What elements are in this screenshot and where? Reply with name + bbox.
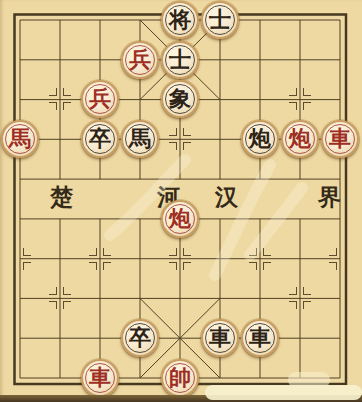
piece-glyph: 兵 [89,87,111,109]
piece-glyph: 炮 [289,127,311,149]
black-soldier[interactable]: 卒 [81,120,119,158]
black-advisor[interactable]: 士 [201,1,239,39]
xiangqi-board: 楚 河 汉 界 将士兵士兵象馬卒馬炮炮車炮卒車車車帥 [0,0,362,402]
piece-glyph: 象 [169,87,191,109]
red-soldier[interactable]: 兵 [81,80,119,118]
piece-glyph: 将 [169,8,191,30]
black-chariot[interactable]: 車 [201,319,239,357]
red-soldier[interactable]: 兵 [121,41,159,79]
black-horse[interactable]: 馬 [121,120,159,158]
watermark-blur-patch [205,385,362,400]
piece-glyph: 馬 [129,127,151,149]
piece-glyph: 士 [209,8,231,30]
piece-glyph: 士 [169,48,191,70]
piece-glyph: 車 [249,326,271,348]
piece-glyph: 馬 [9,127,31,149]
piece-glyph: 車 [329,127,351,149]
black-advisor[interactable]: 士 [161,41,199,79]
red-horse[interactable]: 馬 [1,120,39,158]
red-cannon[interactable]: 炮 [281,120,319,158]
piece-glyph: 車 [89,366,111,388]
piece-layer: 将士兵士兵象馬卒馬炮炮車炮卒車車車帥 [0,0,360,398]
piece-glyph: 卒 [129,326,151,348]
black-elephant[interactable]: 象 [161,80,199,118]
red-cannon[interactable]: 炮 [161,200,199,238]
piece-glyph: 卒 [89,127,111,149]
red-chariot[interactable]: 車 [81,359,119,397]
black-general[interactable]: 将 [161,1,199,39]
black-soldier[interactable]: 卒 [121,319,159,357]
red-general[interactable]: 帥 [161,359,199,397]
piece-glyph: 炮 [169,207,191,229]
red-chariot[interactable]: 車 [321,120,359,158]
piece-glyph: 兵 [129,48,151,70]
black-cannon[interactable]: 炮 [241,120,279,158]
piece-glyph: 車 [209,326,231,348]
black-chariot[interactable]: 車 [241,319,279,357]
piece-glyph: 帥 [169,366,191,388]
piece-glyph: 炮 [249,127,271,149]
